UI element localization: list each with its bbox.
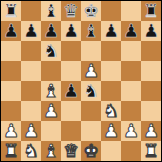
- square-e7[interactable]: ♝: [81, 21, 101, 41]
- square-h8[interactable]: ♜: [141, 1, 161, 21]
- square-d6[interactable]: [61, 41, 81, 61]
- white-bishop-icon[interactable]: ♝: [43, 82, 59, 100]
- square-h5[interactable]: [141, 61, 161, 81]
- square-a8[interactable]: ♜: [1, 1, 21, 21]
- square-c2[interactable]: [41, 121, 61, 141]
- white-bishop-icon[interactable]: ♝: [43, 142, 59, 160]
- square-h7[interactable]: ♟: [141, 21, 161, 41]
- black-pawn-icon[interactable]: ♟: [63, 82, 79, 100]
- square-f1[interactable]: [101, 141, 121, 161]
- square-e8[interactable]: ♚: [81, 1, 101, 21]
- black-bishop-icon[interactable]: ♝: [43, 2, 59, 20]
- square-d1[interactable]: ♛: [61, 141, 81, 161]
- square-g4[interactable]: [121, 81, 141, 101]
- square-a1[interactable]: ♜: [1, 141, 21, 161]
- square-c6[interactable]: ♞: [41, 41, 61, 61]
- black-pawn-icon[interactable]: ♟: [103, 22, 119, 40]
- square-c7[interactable]: ♟: [41, 21, 61, 41]
- square-h1[interactable]: ♜: [141, 141, 161, 161]
- square-g6[interactable]: [121, 41, 141, 61]
- square-d5[interactable]: [61, 61, 81, 81]
- square-f7[interactable]: ♟: [101, 21, 121, 41]
- square-b4[interactable]: [21, 81, 41, 101]
- black-rook-icon[interactable]: ♜: [143, 2, 159, 20]
- square-h6[interactable]: [141, 41, 161, 61]
- square-d8[interactable]: ♛: [61, 1, 81, 21]
- square-e5[interactable]: ♟: [81, 61, 101, 81]
- white-pawn-icon[interactable]: ♟: [43, 102, 59, 120]
- square-f4[interactable]: [101, 81, 121, 101]
- white-knight-icon[interactable]: ♞: [23, 142, 39, 160]
- black-knight-icon[interactable]: ♞: [43, 42, 59, 60]
- square-d2[interactable]: [61, 121, 81, 141]
- black-pawn-icon[interactable]: ♟: [3, 22, 19, 40]
- white-pawn-icon[interactable]: ♟: [103, 122, 119, 140]
- square-b6[interactable]: [21, 41, 41, 61]
- white-rook-icon[interactable]: ♜: [143, 142, 159, 160]
- square-f8[interactable]: [101, 1, 121, 21]
- square-g8[interactable]: [121, 1, 141, 21]
- white-pawn-icon[interactable]: ♟: [3, 122, 19, 140]
- white-king-icon[interactable]: ♚: [83, 142, 99, 160]
- square-a4[interactable]: [1, 81, 21, 101]
- square-b3[interactable]: [21, 101, 41, 121]
- white-pawn-icon[interactable]: ♟: [83, 62, 99, 80]
- square-c5[interactable]: [41, 61, 61, 81]
- black-pawn-icon[interactable]: ♟: [123, 22, 139, 40]
- black-pawn-icon[interactable]: ♟: [143, 22, 159, 40]
- black-pawn-icon[interactable]: ♟: [43, 22, 59, 40]
- square-f2[interactable]: ♟: [101, 121, 121, 141]
- square-f3[interactable]: ♞: [101, 101, 121, 121]
- square-a2[interactable]: ♟: [1, 121, 21, 141]
- square-h3[interactable]: [141, 101, 161, 121]
- square-c4[interactable]: ♝: [41, 81, 61, 101]
- square-c1[interactable]: ♝: [41, 141, 61, 161]
- black-king-icon[interactable]: ♚: [83, 2, 99, 20]
- square-b5[interactable]: [21, 61, 41, 81]
- square-b2[interactable]: ♟: [21, 121, 41, 141]
- square-h2[interactable]: ♟: [141, 121, 161, 141]
- square-d3[interactable]: [61, 101, 81, 121]
- white-queen-icon[interactable]: ♛: [63, 142, 79, 160]
- square-a3[interactable]: [1, 101, 21, 121]
- square-g7[interactable]: ♟: [121, 21, 141, 41]
- white-rook-icon[interactable]: ♜: [3, 142, 19, 160]
- square-g2[interactable]: ♟: [121, 121, 141, 141]
- white-pawn-icon[interactable]: ♟: [143, 122, 159, 140]
- black-knight-icon[interactable]: ♞: [83, 82, 99, 100]
- square-g1[interactable]: [121, 141, 141, 161]
- white-pawn-icon[interactable]: ♟: [123, 122, 139, 140]
- square-a5[interactable]: [1, 61, 21, 81]
- black-bishop-icon[interactable]: ♝: [83, 22, 99, 40]
- square-d4[interactable]: ♟: [61, 81, 81, 101]
- square-e2[interactable]: [81, 121, 101, 141]
- square-f6[interactable]: [101, 41, 121, 61]
- square-c8[interactable]: ♝: [41, 1, 61, 21]
- square-b8[interactable]: [21, 1, 41, 21]
- square-d7[interactable]: ♟: [61, 21, 81, 41]
- white-pawn-icon[interactable]: ♟: [23, 122, 39, 140]
- white-knight-icon[interactable]: ♞: [103, 102, 119, 120]
- square-e1[interactable]: ♚: [81, 141, 101, 161]
- square-a7[interactable]: ♟: [1, 21, 21, 41]
- square-g5[interactable]: [121, 61, 141, 81]
- square-e3[interactable]: [81, 101, 101, 121]
- black-pawn-icon[interactable]: ♟: [63, 22, 79, 40]
- black-queen-icon[interactable]: ♛: [63, 2, 79, 20]
- square-f5[interactable]: [101, 61, 121, 81]
- black-rook-icon[interactable]: ♜: [3, 2, 19, 20]
- square-e4[interactable]: ♞: [81, 81, 101, 101]
- square-b1[interactable]: ♞: [21, 141, 41, 161]
- square-e6[interactable]: [81, 41, 101, 61]
- square-c3[interactable]: ♟: [41, 101, 61, 121]
- black-pawn-icon[interactable]: ♟: [23, 22, 39, 40]
- square-a6[interactable]: [1, 41, 21, 61]
- square-g3[interactable]: [121, 101, 141, 121]
- square-b7[interactable]: ♟: [21, 21, 41, 41]
- square-h4[interactable]: [141, 81, 161, 101]
- chess-board: ♜♝♛♚♜♟♟♟♟♝♟♟♟♞♟♝♟♞♟♞♟♟♟♟♟♜♞♝♛♚♜: [0, 0, 162, 162]
